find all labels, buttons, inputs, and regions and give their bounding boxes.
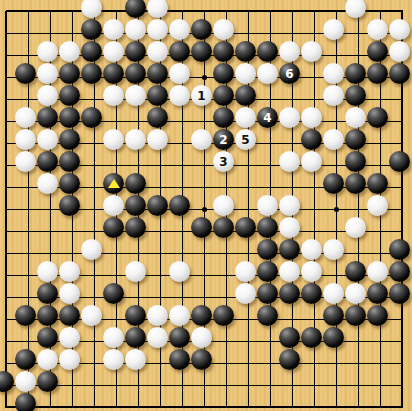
move-number-label: 5 <box>241 134 249 146</box>
white-stone[interactable] <box>59 327 80 348</box>
black-stone[interactable] <box>59 151 80 172</box>
white-stone[interactable] <box>213 19 234 40</box>
black-stone[interactable] <box>81 107 102 128</box>
white-stone[interactable] <box>169 305 190 326</box>
star-point <box>202 207 207 212</box>
white-stone[interactable] <box>191 129 212 150</box>
black-stone[interactable] <box>15 63 36 84</box>
black-stone[interactable] <box>345 129 366 150</box>
black-stone[interactable] <box>0 371 14 392</box>
black-stone[interactable] <box>257 217 278 238</box>
star-point <box>202 75 207 80</box>
white-stone[interactable] <box>125 85 146 106</box>
white-stone[interactable] <box>103 129 124 150</box>
black-stone[interactable] <box>103 217 124 238</box>
black-stone[interactable] <box>191 217 212 238</box>
black-stone[interactable] <box>81 41 102 62</box>
black-stone[interactable] <box>345 261 366 282</box>
white-stone[interactable] <box>37 129 58 150</box>
black-stone[interactable] <box>59 85 80 106</box>
grid-line-vertical <box>314 11 315 408</box>
black-stone[interactable] <box>389 239 410 260</box>
black-stone[interactable] <box>147 85 168 106</box>
white-stone[interactable] <box>59 261 80 282</box>
black-stone[interactable] <box>345 151 366 172</box>
black-stone[interactable] <box>389 283 410 304</box>
white-stone[interactable] <box>323 283 344 304</box>
black-stone[interactable] <box>257 239 278 260</box>
white-stone[interactable] <box>147 327 168 348</box>
triangle-marker-icon <box>108 179 120 188</box>
black-stone[interactable] <box>279 349 300 370</box>
white-stone[interactable] <box>15 151 36 172</box>
white-stone[interactable] <box>169 19 190 40</box>
black-stone[interactable] <box>301 283 322 304</box>
black-stone[interactable] <box>213 41 234 62</box>
white-stone[interactable] <box>15 371 36 392</box>
white-stone[interactable] <box>323 239 344 260</box>
white-stone[interactable] <box>125 19 146 40</box>
black-stone[interactable] <box>257 41 278 62</box>
black-stone[interactable] <box>81 19 102 40</box>
white-stone[interactable] <box>147 19 168 40</box>
black-stone[interactable] <box>169 41 190 62</box>
black-stone[interactable] <box>125 41 146 62</box>
move-number-label: 6 <box>285 68 293 80</box>
black-stone[interactable] <box>213 107 234 128</box>
black-stone[interactable] <box>213 217 234 238</box>
black-stone[interactable] <box>125 63 146 84</box>
white-stone[interactable] <box>37 173 58 194</box>
black-stone[interactable] <box>125 173 146 194</box>
black-stone[interactable] <box>257 305 278 326</box>
black-stone[interactable] <box>345 173 366 194</box>
black-stone[interactable] <box>345 85 366 106</box>
white-stone[interactable] <box>235 63 256 84</box>
white-stone[interactable]: 5 <box>235 129 256 150</box>
white-stone[interactable] <box>235 261 256 282</box>
black-stone[interactable] <box>15 393 36 411</box>
white-stone[interactable] <box>37 261 58 282</box>
move-number-label: 4 <box>263 112 271 124</box>
black-stone[interactable]: 6 <box>279 63 300 84</box>
white-stone[interactable] <box>59 41 80 62</box>
black-stone[interactable] <box>367 283 388 304</box>
black-stone[interactable] <box>257 261 278 282</box>
black-stone[interactable] <box>235 217 256 238</box>
go-app: 614253 <box>0 0 412 411</box>
white-stone[interactable] <box>367 195 388 216</box>
white-stone[interactable] <box>169 261 190 282</box>
black-stone[interactable]: 4 <box>257 107 278 128</box>
black-stone[interactable] <box>125 305 146 326</box>
white-stone[interactable] <box>103 19 124 40</box>
black-stone[interactable] <box>301 129 322 150</box>
white-stone[interactable] <box>147 41 168 62</box>
black-stone[interactable] <box>103 63 124 84</box>
white-stone[interactable] <box>37 63 58 84</box>
black-stone[interactable] <box>169 349 190 370</box>
white-stone[interactable]: 1 <box>191 85 212 106</box>
black-stone[interactable] <box>367 305 388 326</box>
white-stone[interactable] <box>345 0 366 18</box>
white-stone[interactable] <box>191 327 212 348</box>
white-stone[interactable] <box>367 261 388 282</box>
star-point <box>334 207 339 212</box>
black-stone[interactable] <box>103 283 124 304</box>
black-stone[interactable] <box>125 327 146 348</box>
white-stone[interactable] <box>81 0 102 18</box>
black-stone[interactable] <box>169 195 190 216</box>
black-stone[interactable] <box>37 151 58 172</box>
black-stone[interactable] <box>367 63 388 84</box>
black-stone[interactable] <box>279 239 300 260</box>
black-stone[interactable] <box>59 305 80 326</box>
black-stone[interactable] <box>169 327 190 348</box>
black-stone[interactable] <box>213 63 234 84</box>
white-stone[interactable] <box>389 41 410 62</box>
black-stone[interactable] <box>235 85 256 106</box>
go-board[interactable]: 614253 <box>0 0 412 411</box>
black-stone[interactable] <box>37 107 58 128</box>
white-stone[interactable] <box>147 305 168 326</box>
black-stone[interactable] <box>191 305 212 326</box>
white-stone[interactable] <box>103 349 124 370</box>
black-stone[interactable] <box>59 63 80 84</box>
black-stone[interactable] <box>345 63 366 84</box>
black-stone[interactable] <box>323 173 344 194</box>
white-stone[interactable] <box>367 19 388 40</box>
white-stone[interactable] <box>301 107 322 128</box>
move-number-label: 1 <box>197 90 205 102</box>
black-stone[interactable]: 2 <box>213 129 234 150</box>
black-stone[interactable] <box>235 41 256 62</box>
white-stone[interactable] <box>15 129 36 150</box>
white-stone[interactable] <box>81 239 102 260</box>
grid-line-horizontal <box>6 253 403 254</box>
black-stone[interactable] <box>15 349 36 370</box>
black-stone[interactable] <box>191 41 212 62</box>
black-stone[interactable] <box>37 283 58 304</box>
white-stone[interactable] <box>323 63 344 84</box>
black-stone[interactable] <box>59 129 80 150</box>
black-stone[interactable] <box>389 261 410 282</box>
black-stone[interactable] <box>191 19 212 40</box>
black-stone[interactable] <box>191 349 212 370</box>
black-stone[interactable] <box>367 41 388 62</box>
grid-line-horizontal <box>6 385 403 386</box>
white-stone[interactable] <box>213 195 234 216</box>
white-stone[interactable] <box>147 129 168 150</box>
white-stone[interactable] <box>103 41 124 62</box>
move-number-label: 3 <box>219 156 227 168</box>
white-stone[interactable] <box>15 107 36 128</box>
black-stone[interactable] <box>59 195 80 216</box>
black-stone[interactable] <box>323 327 344 348</box>
black-stone[interactable] <box>37 371 58 392</box>
white-stone[interactable] <box>323 129 344 150</box>
white-stone[interactable] <box>345 217 366 238</box>
black-stone[interactable] <box>323 305 344 326</box>
white-stone[interactable] <box>345 283 366 304</box>
black-stone[interactable] <box>59 107 80 128</box>
white-stone[interactable] <box>323 85 344 106</box>
white-stone[interactable] <box>279 217 300 238</box>
white-stone[interactable]: 3 <box>213 151 234 172</box>
black-stone[interactable] <box>15 305 36 326</box>
black-stone[interactable] <box>147 63 168 84</box>
white-stone[interactable] <box>37 41 58 62</box>
black-stone[interactable] <box>279 283 300 304</box>
black-stone[interactable] <box>301 327 322 348</box>
black-stone[interactable] <box>213 85 234 106</box>
white-stone[interactable] <box>147 0 168 18</box>
black-stone[interactable] <box>389 151 410 172</box>
white-stone[interactable] <box>279 195 300 216</box>
black-stone[interactable] <box>345 305 366 326</box>
white-stone[interactable] <box>257 63 278 84</box>
white-stone[interactable] <box>301 261 322 282</box>
black-stone[interactable] <box>257 283 278 304</box>
black-stone[interactable] <box>389 63 410 84</box>
white-stone[interactable] <box>125 261 146 282</box>
black-stone[interactable] <box>125 0 146 18</box>
white-stone[interactable] <box>103 327 124 348</box>
white-stone[interactable] <box>37 349 58 370</box>
black-stone[interactable] <box>59 173 80 194</box>
white-stone[interactable] <box>235 283 256 304</box>
white-stone[interactable] <box>81 305 102 326</box>
grid-line-horizontal <box>6 406 403 408</box>
move-number-label: 2 <box>219 134 227 146</box>
white-stone[interactable] <box>103 85 124 106</box>
white-stone[interactable] <box>345 107 366 128</box>
white-stone[interactable] <box>59 283 80 304</box>
white-stone[interactable] <box>125 349 146 370</box>
white-stone[interactable] <box>301 151 322 172</box>
white-stone[interactable] <box>279 107 300 128</box>
black-stone[interactable] <box>37 305 58 326</box>
white-stone[interactable] <box>389 19 410 40</box>
black-stone[interactable] <box>125 195 146 216</box>
black-stone[interactable] <box>279 327 300 348</box>
white-stone[interactable] <box>257 195 278 216</box>
black-stone[interactable] <box>103 173 124 194</box>
white-stone[interactable] <box>235 107 256 128</box>
white-stone[interactable] <box>323 19 344 40</box>
white-stone[interactable] <box>279 261 300 282</box>
white-stone[interactable] <box>37 85 58 106</box>
white-stone[interactable] <box>169 63 190 84</box>
black-stone[interactable] <box>367 107 388 128</box>
white-stone[interactable] <box>301 239 322 260</box>
black-stone[interactable] <box>37 327 58 348</box>
white-stone[interactable] <box>279 41 300 62</box>
white-stone[interactable] <box>279 151 300 172</box>
black-stone[interactable] <box>125 217 146 238</box>
white-stone[interactable] <box>103 195 124 216</box>
white-stone[interactable] <box>169 85 190 106</box>
black-stone[interactable] <box>367 173 388 194</box>
white-stone[interactable] <box>301 41 322 62</box>
black-stone[interactable] <box>147 195 168 216</box>
white-stone[interactable] <box>59 349 80 370</box>
black-stone[interactable] <box>213 305 234 326</box>
white-stone[interactable] <box>125 129 146 150</box>
black-stone[interactable] <box>81 63 102 84</box>
black-stone[interactable] <box>147 107 168 128</box>
